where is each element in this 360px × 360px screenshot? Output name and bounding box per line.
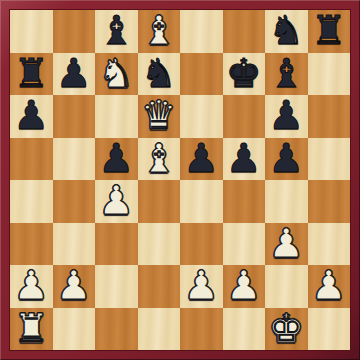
square-b6[interactable] bbox=[53, 95, 96, 138]
black-bishop[interactable]: ♝ bbox=[98, 10, 134, 51]
square-h3[interactable] bbox=[308, 223, 351, 266]
square-f8[interactable] bbox=[223, 10, 266, 53]
square-f7[interactable]: ♚ bbox=[223, 53, 266, 96]
square-g2[interactable] bbox=[265, 265, 308, 308]
square-e4[interactable] bbox=[180, 180, 223, 223]
square-f1[interactable] bbox=[223, 308, 266, 351]
square-b1[interactable] bbox=[53, 308, 96, 351]
square-f6[interactable] bbox=[223, 95, 266, 138]
square-g7[interactable]: ♝ bbox=[265, 53, 308, 96]
black-pawn[interactable]: ♟ bbox=[13, 95, 49, 136]
white-queen[interactable]: ♛ bbox=[141, 95, 177, 136]
square-a4[interactable] bbox=[10, 180, 53, 223]
black-knight[interactable]: ♞ bbox=[141, 53, 177, 94]
square-h2[interactable]: ♟ bbox=[308, 265, 351, 308]
square-d1[interactable] bbox=[138, 308, 181, 351]
square-c2[interactable] bbox=[95, 265, 138, 308]
square-h4[interactable] bbox=[308, 180, 351, 223]
black-pawn[interactable]: ♟ bbox=[98, 138, 134, 179]
square-d3[interactable] bbox=[138, 223, 181, 266]
white-bishop[interactable]: ♝ bbox=[141, 10, 177, 51]
square-h5[interactable] bbox=[308, 138, 351, 181]
black-king[interactable]: ♚ bbox=[226, 53, 262, 94]
black-knight[interactable]: ♞ bbox=[268, 10, 304, 51]
white-bishop[interactable]: ♝ bbox=[141, 138, 177, 179]
square-a7[interactable]: ♜ bbox=[10, 53, 53, 96]
square-b8[interactable] bbox=[53, 10, 96, 53]
square-e7[interactable] bbox=[180, 53, 223, 96]
square-a8[interactable] bbox=[10, 10, 53, 53]
black-pawn[interactable]: ♟ bbox=[268, 95, 304, 136]
square-e8[interactable] bbox=[180, 10, 223, 53]
square-e5[interactable]: ♟ bbox=[180, 138, 223, 181]
square-a6[interactable]: ♟ bbox=[10, 95, 53, 138]
square-d8[interactable]: ♝ bbox=[138, 10, 181, 53]
square-e6[interactable] bbox=[180, 95, 223, 138]
square-g1[interactable]: ♚ bbox=[265, 308, 308, 351]
black-pawn[interactable]: ♟ bbox=[183, 138, 219, 179]
square-f4[interactable] bbox=[223, 180, 266, 223]
square-h1[interactable] bbox=[308, 308, 351, 351]
square-d6[interactable]: ♛ bbox=[138, 95, 181, 138]
black-bishop[interactable]: ♝ bbox=[268, 53, 304, 94]
black-pawn[interactable]: ♟ bbox=[56, 53, 92, 94]
white-pawn[interactable]: ♟ bbox=[56, 265, 92, 306]
black-pawn[interactable]: ♟ bbox=[226, 138, 262, 179]
square-b2[interactable]: ♟ bbox=[53, 265, 96, 308]
square-b4[interactable] bbox=[53, 180, 96, 223]
square-h8[interactable]: ♜ bbox=[308, 10, 351, 53]
square-g6[interactable]: ♟ bbox=[265, 95, 308, 138]
square-c1[interactable] bbox=[95, 308, 138, 351]
square-e3[interactable] bbox=[180, 223, 223, 266]
square-d5[interactable]: ♝ bbox=[138, 138, 181, 181]
black-rook[interactable]: ♜ bbox=[13, 53, 49, 94]
square-a1[interactable]: ♜ bbox=[10, 308, 53, 351]
square-e1[interactable] bbox=[180, 308, 223, 351]
square-c3[interactable] bbox=[95, 223, 138, 266]
square-c5[interactable]: ♟ bbox=[95, 138, 138, 181]
board-frame: ♝♝♞♜♜♟♞♞♚♝♟♛♟♟♝♟♟♟♟♟♟♟♟♟♟♜♚ bbox=[0, 0, 360, 360]
white-king[interactable]: ♚ bbox=[268, 308, 304, 349]
square-c4[interactable]: ♟ bbox=[95, 180, 138, 223]
square-c6[interactable] bbox=[95, 95, 138, 138]
square-h6[interactable] bbox=[308, 95, 351, 138]
square-d2[interactable] bbox=[138, 265, 181, 308]
square-a2[interactable]: ♟ bbox=[10, 265, 53, 308]
black-rook[interactable]: ♜ bbox=[311, 10, 347, 51]
white-pawn[interactable]: ♟ bbox=[268, 223, 304, 264]
white-knight[interactable]: ♞ bbox=[98, 53, 134, 94]
square-f3[interactable] bbox=[223, 223, 266, 266]
square-h7[interactable] bbox=[308, 53, 351, 96]
white-pawn[interactable]: ♟ bbox=[183, 265, 219, 306]
square-d4[interactable] bbox=[138, 180, 181, 223]
square-d7[interactable]: ♞ bbox=[138, 53, 181, 96]
square-f5[interactable]: ♟ bbox=[223, 138, 266, 181]
square-g8[interactable]: ♞ bbox=[265, 10, 308, 53]
square-c8[interactable]: ♝ bbox=[95, 10, 138, 53]
black-pawn[interactable]: ♟ bbox=[268, 138, 304, 179]
square-g4[interactable] bbox=[265, 180, 308, 223]
white-pawn[interactable]: ♟ bbox=[226, 265, 262, 306]
square-c7[interactable]: ♞ bbox=[95, 53, 138, 96]
white-pawn[interactable]: ♟ bbox=[311, 265, 347, 306]
square-b5[interactable] bbox=[53, 138, 96, 181]
square-f2[interactable]: ♟ bbox=[223, 265, 266, 308]
square-g5[interactable]: ♟ bbox=[265, 138, 308, 181]
square-a5[interactable] bbox=[10, 138, 53, 181]
square-g3[interactable]: ♟ bbox=[265, 223, 308, 266]
white-pawn[interactable]: ♟ bbox=[98, 180, 134, 221]
white-rook[interactable]: ♜ bbox=[13, 308, 49, 349]
square-e2[interactable]: ♟ bbox=[180, 265, 223, 308]
chess-board: ♝♝♞♜♜♟♞♞♚♝♟♛♟♟♝♟♟♟♟♟♟♟♟♟♟♜♚ bbox=[10, 10, 350, 350]
square-b3[interactable] bbox=[53, 223, 96, 266]
square-a3[interactable] bbox=[10, 223, 53, 266]
white-pawn[interactable]: ♟ bbox=[13, 265, 49, 306]
square-b7[interactable]: ♟ bbox=[53, 53, 96, 96]
